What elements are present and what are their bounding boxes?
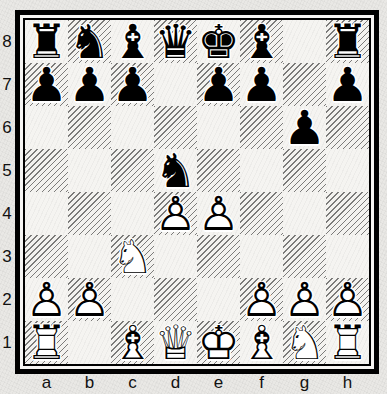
piece-white-rook: ♜♖ — [25, 321, 68, 364]
black-queen-icon: ♛ — [154, 20, 197, 63]
square-e6[interactable] — [197, 106, 240, 149]
piece-white-king: ♚♔ — [197, 321, 240, 364]
square-b2[interactable]: ♟♙ — [68, 278, 111, 321]
piece-black-pawn: ♟♟ — [283, 106, 326, 149]
square-c7[interactable]: ♟♟ — [111, 63, 154, 106]
square-d1[interactable]: ♛♕ — [154, 321, 197, 364]
file-label-b: b — [68, 372, 111, 394]
black-pawn-icon: ♟ — [111, 63, 154, 106]
black-pawn-icon: ♟ — [283, 106, 326, 149]
board-inner-frame: ♜♜♞♞♝♝♛♛♚♚♝♝♜♜♟♟♟♟♟♟♟♟♟♟♟♟♟♟♞♞♟♙♟♙♞♘♟♙♟♙… — [23, 18, 371, 366]
square-g5[interactable] — [283, 149, 326, 192]
square-e1[interactable]: ♚♔ — [197, 321, 240, 364]
square-f5[interactable] — [240, 149, 283, 192]
file-labels: abcdefgh — [25, 372, 369, 394]
square-h6[interactable] — [326, 106, 369, 149]
piece-black-pawn: ♟♟ — [326, 63, 369, 106]
square-a1[interactable]: ♜♖ — [25, 321, 68, 364]
square-e4[interactable]: ♟♙ — [197, 192, 240, 235]
piece-black-queen: ♛♛ — [154, 20, 197, 63]
square-c5[interactable] — [111, 149, 154, 192]
square-g4[interactable] — [283, 192, 326, 235]
rank-label-8: 8 — [0, 20, 14, 63]
rank-labels: 87654321 — [0, 20, 14, 364]
white-queen-icon: ♕ — [154, 321, 197, 364]
square-h7[interactable]: ♟♟ — [326, 63, 369, 106]
square-e7[interactable]: ♟♟ — [197, 63, 240, 106]
square-b7[interactable]: ♟♟ — [68, 63, 111, 106]
piece-black-pawn: ♟♟ — [197, 63, 240, 106]
square-g6[interactable]: ♟♟ — [283, 106, 326, 149]
black-pawn-icon: ♟ — [25, 63, 68, 106]
square-c1[interactable]: ♝♗ — [111, 321, 154, 364]
piece-black-pawn: ♟♟ — [111, 63, 154, 106]
white-knight-icon: ♘ — [111, 235, 154, 278]
square-a6[interactable] — [25, 106, 68, 149]
square-e3[interactable] — [197, 235, 240, 278]
rank-label-4: 4 — [0, 192, 14, 235]
square-h5[interactable] — [326, 149, 369, 192]
white-pawn-icon: ♙ — [197, 192, 240, 235]
square-c6[interactable] — [111, 106, 154, 149]
square-f1[interactable]: ♝♗ — [240, 321, 283, 364]
square-a7[interactable]: ♟♟ — [25, 63, 68, 106]
square-d3[interactable] — [154, 235, 197, 278]
piece-white-queen: ♛♕ — [154, 321, 197, 364]
rank-label-3: 3 — [0, 235, 14, 278]
black-pawn-icon: ♟ — [326, 63, 369, 106]
black-pawn-icon: ♟ — [240, 63, 283, 106]
file-label-c: c — [111, 372, 154, 394]
file-label-h: h — [326, 372, 369, 394]
square-b4[interactable] — [68, 192, 111, 235]
white-bishop-icon: ♗ — [240, 321, 283, 364]
rank-label-7: 7 — [0, 63, 14, 106]
file-label-g: g — [283, 372, 326, 394]
piece-white-pawn: ♟♙ — [68, 278, 111, 321]
rank-label-6: 6 — [0, 106, 14, 149]
square-d8[interactable]: ♛♛ — [154, 20, 197, 63]
file-label-f: f — [240, 372, 283, 394]
file-label-a: a — [25, 372, 68, 394]
square-c3[interactable]: ♞♘ — [111, 235, 154, 278]
white-bishop-icon: ♗ — [111, 321, 154, 364]
square-g8[interactable] — [283, 20, 326, 63]
square-f7[interactable]: ♟♟ — [240, 63, 283, 106]
white-pawn-icon: ♙ — [154, 192, 197, 235]
piece-black-pawn: ♟♟ — [25, 63, 68, 106]
white-rook-icon: ♖ — [326, 321, 369, 364]
black-pawn-icon: ♟ — [197, 63, 240, 106]
square-g1[interactable]: ♞♘ — [283, 321, 326, 364]
square-d4[interactable]: ♟♙ — [154, 192, 197, 235]
square-a4[interactable] — [25, 192, 68, 235]
rank-label-1: 1 — [0, 321, 14, 364]
white-pawn-icon: ♙ — [68, 278, 111, 321]
square-b6[interactable] — [68, 106, 111, 149]
piece-black-pawn: ♟♟ — [240, 63, 283, 106]
board-grid: ♜♜♞♞♝♝♛♛♚♚♝♝♜♜♟♟♟♟♟♟♟♟♟♟♟♟♟♟♞♞♟♙♟♙♞♘♟♙♟♙… — [25, 20, 369, 364]
piece-black-pawn: ♟♟ — [68, 63, 111, 106]
piece-white-knight: ♞♘ — [111, 235, 154, 278]
black-pawn-icon: ♟ — [68, 63, 111, 106]
square-h4[interactable] — [326, 192, 369, 235]
white-rook-icon: ♖ — [25, 321, 68, 364]
square-a5[interactable] — [25, 149, 68, 192]
white-king-icon: ♔ — [197, 321, 240, 364]
file-label-d: d — [154, 372, 197, 394]
piece-white-bishop: ♝♗ — [240, 321, 283, 364]
piece-white-rook: ♜♖ — [326, 321, 369, 364]
chess-board: ♜♜♞♞♝♝♛♛♚♚♝♝♜♜♟♟♟♟♟♟♟♟♟♟♟♟♟♟♞♞♟♙♟♙♞♘♟♙♟♙… — [15, 10, 379, 374]
square-h1[interactable]: ♜♖ — [326, 321, 369, 364]
square-f6[interactable] — [240, 106, 283, 149]
piece-white-pawn: ♟♙ — [197, 192, 240, 235]
file-label-e: e — [197, 372, 240, 394]
square-b1[interactable] — [68, 321, 111, 364]
square-f4[interactable] — [240, 192, 283, 235]
square-b5[interactable] — [68, 149, 111, 192]
piece-white-bishop: ♝♗ — [111, 321, 154, 364]
rank-label-5: 5 — [0, 149, 14, 192]
piece-white-pawn: ♟♙ — [154, 192, 197, 235]
white-knight-icon: ♘ — [283, 321, 326, 364]
piece-white-knight: ♞♘ — [283, 321, 326, 364]
square-d7[interactable] — [154, 63, 197, 106]
rank-label-2: 2 — [0, 278, 14, 321]
